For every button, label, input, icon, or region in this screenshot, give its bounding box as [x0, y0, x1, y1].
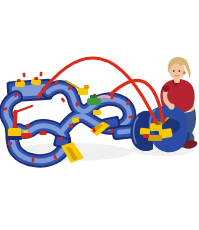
- toy-boat: [31, 77, 42, 86]
- child-hand: [168, 103, 174, 109]
- scene-illustration: [0, 0, 199, 230]
- child-eye: [178, 70, 180, 72]
- carry-case: [130, 106, 187, 153]
- child-hair-side: [186, 65, 191, 79]
- toy-boat: [39, 131, 47, 135]
- child-ear: [183, 71, 186, 74]
- toy-truck: [93, 110, 101, 115]
- child-sleeve: [163, 85, 170, 92]
- product-photo: [0, 0, 199, 230]
- toy-boat: [15, 79, 26, 88]
- child-eye: [173, 70, 175, 72]
